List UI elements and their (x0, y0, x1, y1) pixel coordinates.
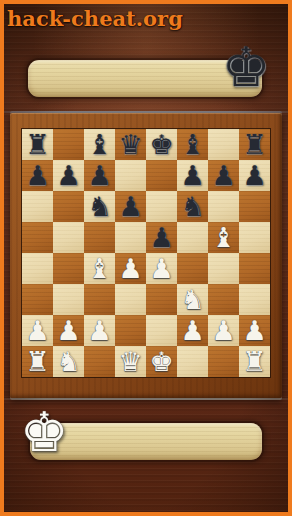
square-g5[interactable]: ♝ (208, 222, 239, 253)
piece-black-knight[interactable]: ♞ (87, 191, 111, 222)
square-g2[interactable]: ♟ (208, 315, 239, 346)
square-a1[interactable]: ♜ (22, 346, 53, 377)
chess-board: ♜♝♛♚♝♜♟♟♟♟♟♟♞♟♞♟♝♝♟♟♞♟♟♟♟♟♟♜♞♛♚♜ (22, 129, 270, 377)
piece-black-pawn[interactable]: ♟ (242, 160, 266, 191)
piece-white-pawn[interactable]: ♟ (211, 315, 235, 346)
square-e8[interactable]: ♚ (146, 129, 177, 160)
square-f3[interactable]: ♞ (177, 284, 208, 315)
square-f1[interactable] (177, 346, 208, 377)
piece-white-rook[interactable]: ♜ (242, 346, 266, 377)
piece-black-rook[interactable]: ♜ (242, 129, 266, 160)
white-king-icon: ♚ (20, 406, 68, 460)
square-f8[interactable]: ♝ (177, 129, 208, 160)
square-c8[interactable]: ♝ (84, 129, 115, 160)
piece-black-pawn[interactable]: ♟ (56, 160, 80, 191)
square-g3[interactable] (208, 284, 239, 315)
piece-white-knight[interactable]: ♞ (56, 346, 80, 377)
square-d8[interactable]: ♛ (115, 129, 146, 160)
piece-black-pawn[interactable]: ♟ (149, 222, 173, 253)
square-b3[interactable] (53, 284, 84, 315)
square-d1[interactable]: ♛ (115, 346, 146, 377)
square-c4[interactable]: ♝ (84, 253, 115, 284)
piece-white-pawn[interactable]: ♟ (149, 253, 173, 284)
piece-white-knight[interactable]: ♞ (180, 284, 204, 315)
piece-white-bishop[interactable]: ♝ (87, 253, 111, 284)
square-g4[interactable] (208, 253, 239, 284)
piece-white-pawn[interactable]: ♟ (56, 315, 80, 346)
square-e6[interactable] (146, 191, 177, 222)
square-h3[interactable] (239, 284, 270, 315)
piece-white-pawn[interactable]: ♟ (25, 315, 49, 346)
piece-white-queen[interactable]: ♛ (118, 346, 142, 377)
square-b2[interactable]: ♟ (53, 315, 84, 346)
piece-white-pawn[interactable]: ♟ (242, 315, 266, 346)
square-e1[interactable]: ♚ (146, 346, 177, 377)
piece-white-pawn[interactable]: ♟ (118, 253, 142, 284)
square-g7[interactable]: ♟ (208, 160, 239, 191)
piece-white-bishop[interactable]: ♝ (211, 222, 235, 253)
background-edge-line-bottom (0, 398, 292, 400)
square-a7[interactable]: ♟ (22, 160, 53, 191)
piece-black-bishop[interactable]: ♝ (180, 129, 204, 160)
square-c7[interactable]: ♟ (84, 160, 115, 191)
square-d3[interactable] (115, 284, 146, 315)
piece-black-pawn[interactable]: ♟ (25, 160, 49, 191)
square-a6[interactable] (22, 191, 53, 222)
piece-black-bishop[interactable]: ♝ (87, 129, 111, 160)
piece-black-pawn[interactable]: ♟ (87, 160, 111, 191)
piece-black-pawn[interactable]: ♟ (118, 191, 142, 222)
square-h6[interactable] (239, 191, 270, 222)
piece-black-king[interactable]: ♚ (149, 129, 173, 160)
square-b4[interactable] (53, 253, 84, 284)
chess-board-frame: ♜♝♛♚♝♜♟♟♟♟♟♟♞♟♞♟♝♝♟♟♞♟♟♟♟♟♟♜♞♛♚♜ (10, 113, 282, 398)
square-f7[interactable]: ♟ (177, 160, 208, 191)
square-b6[interactable] (53, 191, 84, 222)
square-g6[interactable] (208, 191, 239, 222)
square-h7[interactable]: ♟ (239, 160, 270, 191)
square-d6[interactable]: ♟ (115, 191, 146, 222)
square-e3[interactable] (146, 284, 177, 315)
square-e5[interactable]: ♟ (146, 222, 177, 253)
square-a3[interactable] (22, 284, 53, 315)
square-d5[interactable] (115, 222, 146, 253)
piece-black-queen[interactable]: ♛ (118, 129, 142, 160)
piece-black-pawn[interactable]: ♟ (211, 160, 235, 191)
square-h2[interactable]: ♟ (239, 315, 270, 346)
square-b5[interactable] (53, 222, 84, 253)
square-d7[interactable] (115, 160, 146, 191)
piece-black-knight[interactable]: ♞ (180, 191, 204, 222)
square-c6[interactable]: ♞ (84, 191, 115, 222)
square-c5[interactable] (84, 222, 115, 253)
square-h4[interactable] (239, 253, 270, 284)
black-king-icon: ♚ (222, 41, 270, 95)
square-g1[interactable] (208, 346, 239, 377)
square-e2[interactable] (146, 315, 177, 346)
square-b8[interactable] (53, 129, 84, 160)
square-a4[interactable] (22, 253, 53, 284)
piece-white-pawn[interactable]: ♟ (87, 315, 111, 346)
square-a2[interactable]: ♟ (22, 315, 53, 346)
square-g8[interactable] (208, 129, 239, 160)
piece-white-rook[interactable]: ♜ (25, 346, 49, 377)
square-d4[interactable]: ♟ (115, 253, 146, 284)
square-c1[interactable] (84, 346, 115, 377)
square-h5[interactable] (239, 222, 270, 253)
square-e4[interactable]: ♟ (146, 253, 177, 284)
square-b7[interactable]: ♟ (53, 160, 84, 191)
piece-white-pawn[interactable]: ♟ (180, 315, 204, 346)
square-d2[interactable] (115, 315, 146, 346)
square-a5[interactable] (22, 222, 53, 253)
watermark-text: hack-cheat.org (7, 6, 183, 31)
square-h8[interactable]: ♜ (239, 129, 270, 160)
square-a8[interactable]: ♜ (22, 129, 53, 160)
square-b1[interactable]: ♞ (53, 346, 84, 377)
app-background: hack-cheat.org ♚ ♜♝♛♚♝♜♟♟♟♟♟♟♞♟♞♟♝♝♟♟♞♟♟… (0, 0, 292, 516)
piece-black-pawn[interactable]: ♟ (180, 160, 204, 191)
square-f6[interactable]: ♞ (177, 191, 208, 222)
piece-black-rook[interactable]: ♜ (25, 129, 49, 160)
square-c2[interactable]: ♟ (84, 315, 115, 346)
square-f5[interactable] (177, 222, 208, 253)
square-h1[interactable]: ♜ (239, 346, 270, 377)
square-c3[interactable] (84, 284, 115, 315)
piece-white-king[interactable]: ♚ (149, 346, 173, 377)
square-f4[interactable] (177, 253, 208, 284)
square-e7[interactable] (146, 160, 177, 191)
square-f2[interactable]: ♟ (177, 315, 208, 346)
